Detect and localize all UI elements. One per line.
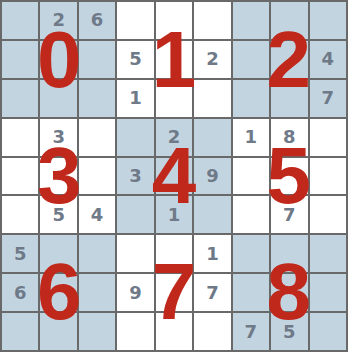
cell-r7c1[interactable]: 5 bbox=[2, 235, 38, 272]
given-digit: 7 bbox=[245, 323, 258, 341]
cell-r4c7[interactable]: 1 bbox=[233, 119, 269, 156]
cell-r5c3[interactable] bbox=[79, 158, 115, 195]
cell-r1c1[interactable] bbox=[2, 2, 38, 39]
cell-r8c4[interactable]: 9 bbox=[117, 274, 153, 311]
given-digit: 5 bbox=[129, 50, 142, 68]
cell-r9c6[interactable] bbox=[194, 313, 230, 350]
cell-r3c1[interactable] bbox=[2, 80, 38, 117]
cell-r7c7[interactable] bbox=[233, 235, 269, 272]
given-digit: 7 bbox=[283, 206, 296, 224]
given-digit: 5 bbox=[52, 206, 65, 224]
given-digit: 5 bbox=[14, 245, 27, 263]
cell-r3c7[interactable] bbox=[233, 80, 269, 117]
cell-r7c8[interactable] bbox=[271, 235, 307, 272]
cell-r9c8[interactable]: 5 bbox=[271, 313, 307, 350]
cell-r6c1[interactable] bbox=[2, 196, 38, 233]
cell-r2c9[interactable]: 4 bbox=[310, 41, 346, 78]
given-digit: 2 bbox=[206, 50, 219, 68]
cell-r8c9[interactable] bbox=[310, 274, 346, 311]
cell-r7c5[interactable] bbox=[156, 235, 192, 272]
cell-r2c7[interactable] bbox=[233, 41, 269, 78]
cell-r9c9[interactable] bbox=[310, 313, 346, 350]
cell-r6c2[interactable]: 5 bbox=[40, 196, 76, 233]
given-digit: 3 bbox=[52, 128, 65, 146]
cell-r9c4[interactable] bbox=[117, 313, 153, 350]
sudoku-grid: 265241732183954175169775 bbox=[2, 2, 346, 350]
cell-r8c7[interactable] bbox=[233, 274, 269, 311]
cell-r5c6[interactable]: 9 bbox=[194, 158, 230, 195]
cell-r5c5[interactable] bbox=[156, 158, 192, 195]
cell-r7c6[interactable]: 1 bbox=[194, 235, 230, 272]
cell-r4c3[interactable] bbox=[79, 119, 115, 156]
cell-r7c2[interactable] bbox=[40, 235, 76, 272]
cell-r9c7[interactable]: 7 bbox=[233, 313, 269, 350]
cell-r7c9[interactable] bbox=[310, 235, 346, 272]
given-digit: 6 bbox=[91, 11, 104, 29]
given-digit: 7 bbox=[206, 284, 219, 302]
cell-r1c3[interactable]: 6 bbox=[79, 2, 115, 39]
given-digit: 1 bbox=[245, 128, 258, 146]
cell-r2c5[interactable] bbox=[156, 41, 192, 78]
given-digit: 3 bbox=[129, 167, 142, 185]
cell-r8c3[interactable] bbox=[79, 274, 115, 311]
cell-r5c2[interactable] bbox=[40, 158, 76, 195]
cell-r8c5[interactable] bbox=[156, 274, 192, 311]
cell-r4c4[interactable] bbox=[117, 119, 153, 156]
cell-r5c4[interactable]: 3 bbox=[117, 158, 153, 195]
cell-r4c9[interactable] bbox=[310, 119, 346, 156]
given-digit: 5 bbox=[283, 323, 296, 341]
given-digit: 4 bbox=[322, 50, 335, 68]
cell-r8c8[interactable] bbox=[271, 274, 307, 311]
given-digit: 1 bbox=[129, 89, 142, 107]
cell-r3c9[interactable]: 7 bbox=[310, 80, 346, 117]
cell-r9c5[interactable] bbox=[156, 313, 192, 350]
cell-r6c9[interactable] bbox=[310, 196, 346, 233]
given-digit: 1 bbox=[168, 206, 181, 224]
given-digit: 9 bbox=[129, 284, 142, 302]
given-digit: 2 bbox=[52, 11, 65, 29]
given-digit: 7 bbox=[322, 89, 335, 107]
cell-r3c8[interactable] bbox=[271, 80, 307, 117]
cell-r1c8[interactable] bbox=[271, 2, 307, 39]
cell-r1c2[interactable]: 2 bbox=[40, 2, 76, 39]
cell-r8c2[interactable] bbox=[40, 274, 76, 311]
cell-r5c8[interactable] bbox=[271, 158, 307, 195]
cell-r1c5[interactable] bbox=[156, 2, 192, 39]
cell-r5c7[interactable] bbox=[233, 158, 269, 195]
cell-r9c3[interactable] bbox=[79, 313, 115, 350]
cell-r2c1[interactable] bbox=[2, 41, 38, 78]
cell-r2c4[interactable]: 5 bbox=[117, 41, 153, 78]
given-digit: 8 bbox=[283, 128, 296, 146]
cell-r9c1[interactable] bbox=[2, 313, 38, 350]
cell-r4c1[interactable] bbox=[2, 119, 38, 156]
cell-r2c6[interactable]: 2 bbox=[194, 41, 230, 78]
cell-r6c5[interactable]: 1 bbox=[156, 196, 192, 233]
cell-r4c6[interactable] bbox=[194, 119, 230, 156]
cell-r8c6[interactable]: 7 bbox=[194, 274, 230, 311]
cell-r1c4[interactable] bbox=[117, 2, 153, 39]
cell-r3c5[interactable] bbox=[156, 80, 192, 117]
cell-r6c4[interactable] bbox=[117, 196, 153, 233]
given-digit: 4 bbox=[91, 206, 104, 224]
given-digit: 9 bbox=[206, 167, 219, 185]
cell-r3c2[interactable] bbox=[40, 80, 76, 117]
cell-r6c3[interactable]: 4 bbox=[79, 196, 115, 233]
cell-r3c3[interactable] bbox=[79, 80, 115, 117]
cell-r6c6[interactable] bbox=[194, 196, 230, 233]
cell-r2c2[interactable] bbox=[40, 41, 76, 78]
cell-r5c1[interactable] bbox=[2, 158, 38, 195]
cell-r1c7[interactable] bbox=[233, 2, 269, 39]
cell-r1c9[interactable] bbox=[310, 2, 346, 39]
cell-r7c3[interactable] bbox=[79, 235, 115, 272]
cell-r4c5[interactable]: 2 bbox=[156, 119, 192, 156]
cell-r6c7[interactable] bbox=[233, 196, 269, 233]
cell-r7c4[interactable] bbox=[117, 235, 153, 272]
cell-r9c2[interactable] bbox=[40, 313, 76, 350]
cell-r4c8[interactable]: 8 bbox=[271, 119, 307, 156]
cell-r6c8[interactable]: 7 bbox=[271, 196, 307, 233]
given-digit: 2 bbox=[168, 128, 181, 146]
cell-r4c2[interactable]: 3 bbox=[40, 119, 76, 156]
cell-r3c6[interactable] bbox=[194, 80, 230, 117]
given-digit: 6 bbox=[14, 284, 27, 302]
sudoku-board: 265241732183954175169775 012345678 bbox=[0, 0, 348, 352]
cell-r3c4[interactable]: 1 bbox=[117, 80, 153, 117]
cell-r8c1[interactable]: 6 bbox=[2, 274, 38, 311]
given-digit: 1 bbox=[206, 245, 219, 263]
cell-r1c6[interactable] bbox=[194, 2, 230, 39]
cell-r2c8[interactable] bbox=[271, 41, 307, 78]
cell-r5c9[interactable] bbox=[310, 158, 346, 195]
cell-r2c3[interactable] bbox=[79, 41, 115, 78]
